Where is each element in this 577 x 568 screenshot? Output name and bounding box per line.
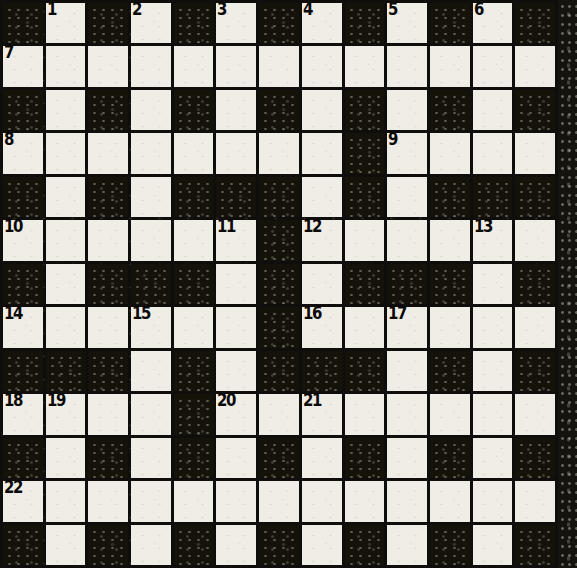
clue-number: 6	[474, 1, 483, 19]
cell-r8c2[interactable]	[46, 307, 86, 347]
cell-r11c6[interactable]	[216, 438, 256, 478]
cell-r10c1[interactable]: 18	[3, 394, 43, 434]
clue-number: 2	[132, 1, 141, 19]
cell-r8c10[interactable]: 17	[387, 307, 427, 347]
clue-number: 1	[47, 1, 56, 19]
cell-r11c3	[88, 438, 128, 478]
cell-r5c4[interactable]	[131, 177, 171, 217]
cell-r6c8[interactable]: 12	[302, 220, 342, 260]
cell-r8c11[interactable]	[430, 307, 470, 347]
cell-r4c13[interactable]	[515, 133, 555, 173]
cell-r11c12[interactable]	[473, 438, 513, 478]
cell-r1c10[interactable]: 5	[387, 3, 427, 43]
cell-r1c11	[430, 3, 470, 43]
cell-r5c12	[473, 177, 513, 217]
cell-r13c6[interactable]	[216, 525, 256, 565]
cell-r2c6[interactable]	[216, 46, 256, 86]
cell-r10c2[interactable]: 19	[46, 394, 86, 434]
clue-number: 19	[47, 392, 65, 410]
scan-right-border	[558, 0, 577, 568]
cell-r6c4[interactable]	[131, 220, 171, 260]
cell-r9c13	[515, 351, 555, 391]
cell-r6c12[interactable]: 13	[473, 220, 513, 260]
cell-r2c7[interactable]	[259, 46, 299, 86]
cell-r7c2[interactable]	[46, 264, 86, 304]
clue-number: 13	[474, 218, 492, 236]
cell-r12c13[interactable]	[515, 481, 555, 521]
cell-r8c9[interactable]	[345, 307, 385, 347]
cell-r10c10[interactable]	[387, 394, 427, 434]
cell-r2c11[interactable]	[430, 46, 470, 86]
cell-r7c10	[387, 264, 427, 304]
cell-r10c6[interactable]: 20	[216, 394, 256, 434]
cell-r3c6[interactable]	[216, 90, 256, 130]
cell-r8c5[interactable]	[174, 307, 214, 347]
cell-r9c1	[3, 351, 43, 391]
cell-r6c9[interactable]	[345, 220, 385, 260]
clue-number: 16	[303, 305, 321, 323]
cell-r12c5[interactable]	[174, 481, 214, 521]
crossword-board: 12345678910111213141516171819202122	[0, 0, 577, 568]
cell-r11c1	[3, 438, 43, 478]
crossword-grid: 12345678910111213141516171819202122	[0, 0, 558, 568]
cell-r6c13[interactable]	[515, 220, 555, 260]
cell-r8c4[interactable]: 15	[131, 307, 171, 347]
clue-number: 7	[4, 44, 13, 62]
cell-r3c8[interactable]	[302, 90, 342, 130]
cell-r5c5	[174, 177, 214, 217]
cell-r8c7	[259, 307, 299, 347]
cell-r10c3[interactable]	[88, 394, 128, 434]
cell-r12c4[interactable]	[131, 481, 171, 521]
cell-r5c13	[515, 177, 555, 217]
cell-r12c3[interactable]	[88, 481, 128, 521]
cell-r10c4[interactable]	[131, 394, 171, 434]
cell-r1c3	[88, 3, 128, 43]
cell-r4c8[interactable]	[302, 133, 342, 173]
cell-r9c6[interactable]	[216, 351, 256, 391]
clue-number: 14	[4, 305, 22, 323]
cell-r1c13	[515, 3, 555, 43]
clue-number: 9	[388, 131, 397, 149]
cell-r11c9	[345, 438, 385, 478]
cell-r8c1[interactable]: 14	[3, 307, 43, 347]
cell-r12c7[interactable]	[259, 481, 299, 521]
cell-r5c1	[3, 177, 43, 217]
cell-r10c5	[174, 394, 214, 434]
cell-r6c2[interactable]	[46, 220, 86, 260]
cell-r11c4[interactable]	[131, 438, 171, 478]
cell-r12c8[interactable]	[302, 481, 342, 521]
cell-r8c6[interactable]	[216, 307, 256, 347]
cell-r13c4[interactable]	[131, 525, 171, 565]
cell-r1c6[interactable]: 3	[216, 3, 256, 43]
cell-r4c4[interactable]	[131, 133, 171, 173]
cell-r1c12[interactable]: 6	[473, 3, 513, 43]
cell-r3c13	[515, 90, 555, 130]
clue-number: 21	[303, 392, 321, 410]
clue-number: 18	[4, 392, 22, 410]
cell-r9c11	[430, 351, 470, 391]
clue-number: 12	[303, 218, 321, 236]
cell-r9c9	[345, 351, 385, 391]
cell-r6c5[interactable]	[174, 220, 214, 260]
cell-r5c11	[430, 177, 470, 217]
cell-r13c13	[515, 525, 555, 565]
cell-r2c13[interactable]	[515, 46, 555, 86]
cell-r13c3	[88, 525, 128, 565]
cell-r11c10[interactable]	[387, 438, 427, 478]
cell-r13c7	[259, 525, 299, 565]
cell-r1c2[interactable]: 1	[46, 3, 86, 43]
cell-r3c4[interactable]	[131, 90, 171, 130]
cell-r2c4[interactable]	[131, 46, 171, 86]
cell-r13c11	[430, 525, 470, 565]
clue-number: 8	[4, 131, 13, 149]
cell-r1c1	[3, 3, 43, 43]
cell-r10c7[interactable]	[259, 394, 299, 434]
cell-r10c9[interactable]	[345, 394, 385, 434]
cell-r6c3[interactable]	[88, 220, 128, 260]
cell-r6c7	[259, 220, 299, 260]
cell-r13c10[interactable]	[387, 525, 427, 565]
cell-r7c3	[88, 264, 128, 304]
cell-r6c10[interactable]	[387, 220, 427, 260]
clue-number: 4	[303, 1, 312, 19]
cell-r3c5	[174, 90, 214, 130]
cell-r8c13[interactable]	[515, 307, 555, 347]
clue-number: 10	[4, 218, 22, 236]
crossword-scan-page: 12345678910111213141516171819202122	[0, 0, 577, 568]
cell-r5c9	[345, 177, 385, 217]
cell-r1c5	[174, 3, 214, 43]
cell-r1c9	[345, 3, 385, 43]
cell-r4c2[interactable]	[46, 133, 86, 173]
cell-r4c11[interactable]	[430, 133, 470, 173]
cell-r12c6[interactable]	[216, 481, 256, 521]
cell-r13c12[interactable]	[473, 525, 513, 565]
cell-r12c1[interactable]: 22	[3, 481, 43, 521]
clue-number: 5	[388, 1, 397, 19]
cell-r1c7	[259, 3, 299, 43]
cell-r5c8[interactable]	[302, 177, 342, 217]
cell-r11c2[interactable]	[46, 438, 86, 478]
cell-r3c9	[345, 90, 385, 130]
cell-r7c13	[515, 264, 555, 304]
cell-r3c2[interactable]	[46, 90, 86, 130]
cell-r7c4	[131, 264, 171, 304]
cell-r7c5	[174, 264, 214, 304]
cell-r11c11	[430, 438, 470, 478]
cell-r9c4[interactable]	[131, 351, 171, 391]
cell-r4c7[interactable]	[259, 133, 299, 173]
cell-r6c11[interactable]	[430, 220, 470, 260]
cell-r3c10[interactable]	[387, 90, 427, 130]
cell-r4c6[interactable]	[216, 133, 256, 173]
cell-r4c9	[345, 133, 385, 173]
clue-number: 20	[217, 392, 235, 410]
cell-r9c8	[302, 351, 342, 391]
cell-r13c5	[174, 525, 214, 565]
clue-number: 22	[4, 479, 22, 497]
cell-r11c8[interactable]	[302, 438, 342, 478]
cell-r2c12[interactable]	[473, 46, 513, 86]
cell-r10c12[interactable]	[473, 394, 513, 434]
cell-r10c13[interactable]	[515, 394, 555, 434]
cell-r9c5	[174, 351, 214, 391]
cell-r7c7	[259, 264, 299, 304]
cell-r2c8[interactable]	[302, 46, 342, 86]
cell-r9c12[interactable]	[473, 351, 513, 391]
cell-r4c5[interactable]	[174, 133, 214, 173]
cell-r9c7	[259, 351, 299, 391]
cell-r1c8[interactable]: 4	[302, 3, 342, 43]
cell-r13c9	[345, 525, 385, 565]
cell-r11c13	[515, 438, 555, 478]
cell-r13c1	[3, 525, 43, 565]
cell-r6c6[interactable]: 11	[216, 220, 256, 260]
cell-r5c2[interactable]	[46, 177, 86, 217]
clue-number: 15	[132, 305, 150, 323]
clue-number: 11	[217, 218, 235, 236]
cell-r1c4[interactable]: 2	[131, 3, 171, 43]
cell-r11c5	[174, 438, 214, 478]
cell-r12c10[interactable]	[387, 481, 427, 521]
cell-r2c10[interactable]	[387, 46, 427, 86]
cell-r3c12[interactable]	[473, 90, 513, 130]
cell-r5c3	[88, 177, 128, 217]
cell-r10c8[interactable]: 21	[302, 394, 342, 434]
clue-number: 17	[388, 305, 406, 323]
cell-r11c7	[259, 438, 299, 478]
cell-r7c6[interactable]	[216, 264, 256, 304]
cell-r3c1	[3, 90, 43, 130]
cell-r13c8[interactable]	[302, 525, 342, 565]
cell-r2c2[interactable]	[46, 46, 86, 86]
cell-r10c11[interactable]	[430, 394, 470, 434]
cell-r7c9	[345, 264, 385, 304]
cell-r5c10[interactable]	[387, 177, 427, 217]
cell-r9c3	[88, 351, 128, 391]
cell-r12c9[interactable]	[345, 481, 385, 521]
cell-r7c8[interactable]	[302, 264, 342, 304]
cell-r5c6	[216, 177, 256, 217]
cell-r12c11[interactable]	[430, 481, 470, 521]
cell-r4c3[interactable]	[88, 133, 128, 173]
cell-r4c1[interactable]: 8	[3, 133, 43, 173]
cell-r6c1[interactable]: 10	[3, 220, 43, 260]
cell-r2c1[interactable]: 7	[3, 46, 43, 86]
cell-r2c9[interactable]	[345, 46, 385, 86]
cell-r4c12[interactable]	[473, 133, 513, 173]
cell-r8c12[interactable]	[473, 307, 513, 347]
cell-r9c2	[46, 351, 86, 391]
cell-r8c8[interactable]: 16	[302, 307, 342, 347]
cell-r12c2[interactable]	[46, 481, 86, 521]
cell-r12c12[interactable]	[473, 481, 513, 521]
cell-r3c11	[430, 90, 470, 130]
cell-r5c7	[259, 177, 299, 217]
cell-r7c11	[430, 264, 470, 304]
cell-r7c1	[3, 264, 43, 304]
cell-r4c10[interactable]: 9	[387, 133, 427, 173]
cell-r7c12[interactable]	[473, 264, 513, 304]
clue-number: 3	[217, 1, 226, 19]
cell-r13c2[interactable]	[46, 525, 86, 565]
cell-r3c7	[259, 90, 299, 130]
cell-r2c3[interactable]	[88, 46, 128, 86]
cell-r2c5[interactable]	[174, 46, 214, 86]
cell-r3c3	[88, 90, 128, 130]
cell-r8c3[interactable]	[88, 307, 128, 347]
cell-r9c10[interactable]	[387, 351, 427, 391]
